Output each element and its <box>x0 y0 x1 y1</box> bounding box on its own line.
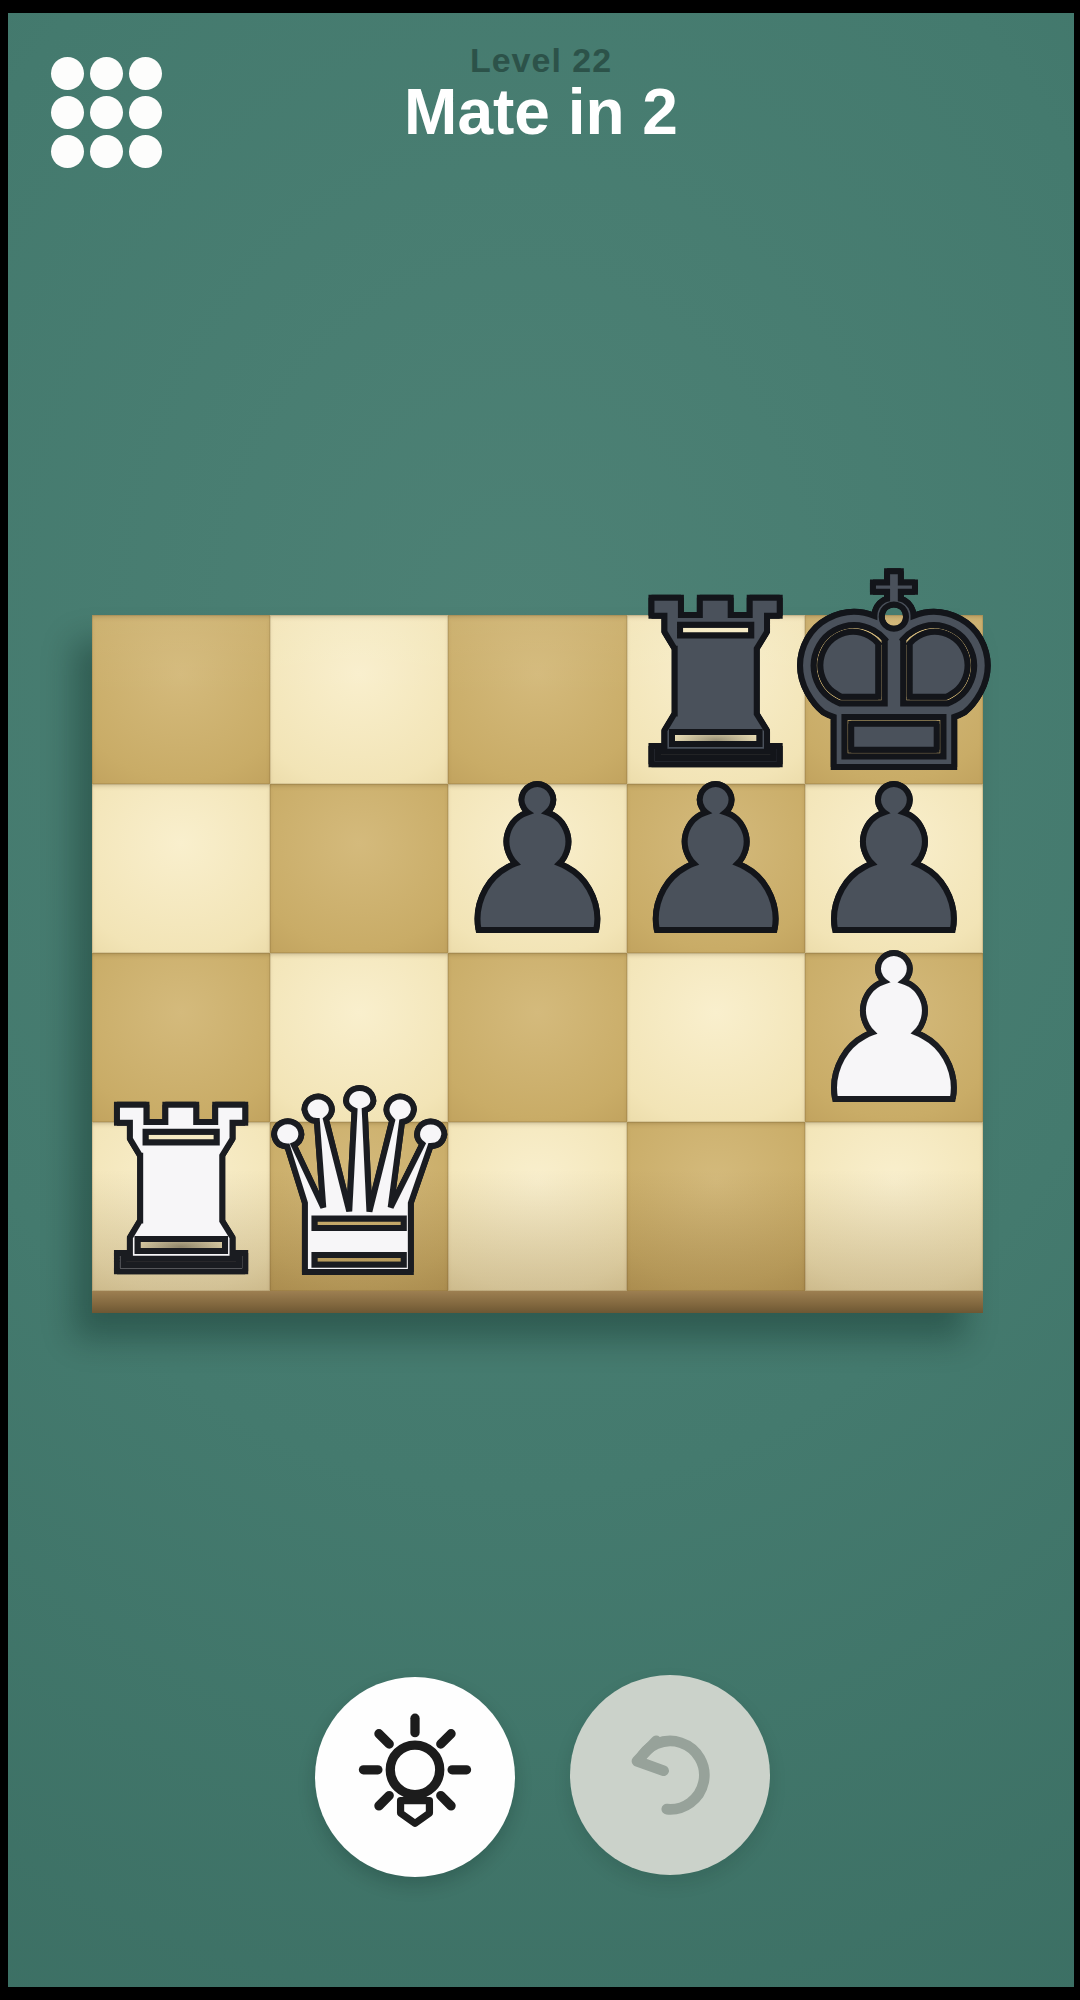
square-a4[interactable] <box>92 615 270 784</box>
lightbulb-icon <box>353 1710 477 1844</box>
chess-board: ♜♚♟♟♟♟♜♛ <box>92 615 983 1313</box>
square-b3[interactable] <box>270 784 448 953</box>
square-c1[interactable] <box>448 1122 626 1291</box>
square-d2[interactable] <box>627 953 805 1122</box>
page-title: Mate in 2 <box>8 75 1074 149</box>
square-c2[interactable] <box>448 953 626 1122</box>
square-a3[interactable] <box>92 784 270 953</box>
square-d1[interactable] <box>627 1122 805 1291</box>
screen: Level 22 Mate in 2 ♜♚♟♟♟♟♜♛ <box>0 0 1080 2000</box>
white-pawn-e2[interactable]: ♟ <box>804 930 983 1130</box>
black-pawn-c3[interactable]: ♟ <box>448 761 627 961</box>
square-b4[interactable] <box>270 615 448 784</box>
app-background: Level 22 Mate in 2 ♜♚♟♟♟♟♜♛ <box>8 13 1074 1987</box>
black-pawn-d3[interactable]: ♟ <box>626 761 805 961</box>
undo-arrow-icon <box>606 1711 734 1839</box>
undo-button[interactable] <box>570 1675 770 1875</box>
hint-button[interactable] <box>315 1677 515 1877</box>
white-queen-b1[interactable]: ♛ <box>246 1059 472 1311</box>
square-e1[interactable] <box>805 1122 983 1291</box>
